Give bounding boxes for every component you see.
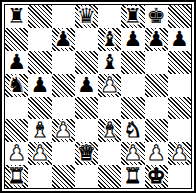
piece-white-rook-f1: ♜ xyxy=(123,166,142,187)
piece-black-rook-a8: ♜ xyxy=(7,6,26,27)
square-e5[interactable]: ♟ xyxy=(98,74,121,97)
square-h3[interactable] xyxy=(168,119,191,142)
chess-diagram: ♜♛♜♚♟♝♟♟♟♟♝♞♟♟♟♝♟♝♞♟♟♛♟♟♟♜♜♚ xyxy=(0,0,196,193)
square-g6[interactable] xyxy=(145,51,168,74)
square-b6[interactable] xyxy=(28,51,51,74)
piece-black-pawn-b5: ♟ xyxy=(30,75,49,96)
square-h4[interactable] xyxy=(168,97,191,120)
piece-white-bishop-e3: ♝ xyxy=(100,120,119,141)
piece-black-bishop-e7: ♝ xyxy=(100,29,119,50)
square-a4[interactable] xyxy=(5,97,28,120)
chess-board: ♜♛♜♚♟♝♟♟♟♟♝♞♟♟♟♝♟♝♞♟♟♛♟♟♟♜♜♚ xyxy=(4,4,192,189)
piece-white-pawn-a2: ♟ xyxy=(7,143,26,164)
square-c8[interactable] xyxy=(52,5,75,28)
square-a8[interactable]: ♜ xyxy=(5,5,28,28)
square-c3[interactable]: ♟ xyxy=(52,119,75,142)
piece-white-pawn-b2: ♟ xyxy=(30,143,49,164)
square-d4[interactable] xyxy=(75,97,98,120)
piece-white-pawn-f2: ♟ xyxy=(123,143,142,164)
square-f6[interactable] xyxy=(121,51,144,74)
piece-white-pawn-c3: ♟ xyxy=(54,120,73,141)
square-c1[interactable] xyxy=(52,165,75,188)
square-a1[interactable]: ♜ xyxy=(5,165,28,188)
piece-black-pawn-f7: ♟ xyxy=(123,29,142,50)
piece-white-pawn-h2: ♟ xyxy=(170,143,189,164)
square-d8[interactable]: ♛ xyxy=(75,5,98,28)
square-b8[interactable] xyxy=(28,5,51,28)
square-c5[interactable] xyxy=(52,74,75,97)
square-c2[interactable] xyxy=(52,142,75,165)
square-e7[interactable]: ♝ xyxy=(98,28,121,51)
piece-black-pawn-g7: ♟ xyxy=(147,29,166,50)
piece-black-queen-d8: ♛ xyxy=(77,6,96,27)
square-h5[interactable] xyxy=(168,74,191,97)
square-b4[interactable] xyxy=(28,97,51,120)
piece-black-knight-a5: ♞ xyxy=(7,75,26,96)
square-a5[interactable]: ♞ xyxy=(5,74,28,97)
square-f8[interactable]: ♜ xyxy=(121,5,144,28)
piece-black-pawn-c7: ♟ xyxy=(54,29,73,50)
square-g5[interactable] xyxy=(145,74,168,97)
square-e4[interactable] xyxy=(98,97,121,120)
square-b7[interactable] xyxy=(28,28,51,51)
piece-white-pawn-e5: ♟ xyxy=(100,75,119,96)
square-a2[interactable]: ♟ xyxy=(5,142,28,165)
piece-white-rook-a1: ♜ xyxy=(7,166,26,187)
square-e6[interactable]: ♝ xyxy=(98,51,121,74)
square-h6[interactable] xyxy=(168,51,191,74)
square-f7[interactable]: ♟ xyxy=(121,28,144,51)
piece-black-king-g8: ♚ xyxy=(147,6,166,27)
square-h8[interactable] xyxy=(168,5,191,28)
square-d7[interactable] xyxy=(75,28,98,51)
square-c7[interactable]: ♟ xyxy=(52,28,75,51)
piece-black-pawn-a6: ♟ xyxy=(7,52,26,73)
square-b3[interactable]: ♝ xyxy=(28,119,51,142)
piece-black-bishop-e6: ♝ xyxy=(100,52,119,73)
square-h2[interactable]: ♟ xyxy=(168,142,191,165)
square-a3[interactable] xyxy=(5,119,28,142)
square-c4[interactable] xyxy=(52,97,75,120)
piece-white-king-g1: ♚ xyxy=(147,166,166,187)
square-b1[interactable] xyxy=(28,165,51,188)
piece-white-bishop-b3: ♝ xyxy=(30,120,49,141)
square-d6[interactable] xyxy=(75,51,98,74)
piece-white-knight-f3: ♞ xyxy=(123,120,142,141)
square-f1[interactable]: ♜ xyxy=(121,165,144,188)
square-e1[interactable] xyxy=(98,165,121,188)
square-d2[interactable]: ♛ xyxy=(75,142,98,165)
square-f5[interactable] xyxy=(121,74,144,97)
square-g4[interactable] xyxy=(145,97,168,120)
square-b2[interactable]: ♟ xyxy=(28,142,51,165)
square-e8[interactable] xyxy=(98,5,121,28)
square-f3[interactable]: ♞ xyxy=(121,119,144,142)
square-b5[interactable]: ♟ xyxy=(28,74,51,97)
piece-black-pawn-d5: ♟ xyxy=(77,75,96,96)
square-a7[interactable] xyxy=(5,28,28,51)
square-f4[interactable] xyxy=(121,97,144,120)
square-g7[interactable]: ♟ xyxy=(145,28,168,51)
square-e2[interactable] xyxy=(98,142,121,165)
square-c6[interactable] xyxy=(52,51,75,74)
piece-black-pawn-h7: ♟ xyxy=(170,29,189,50)
square-g1[interactable]: ♚ xyxy=(145,165,168,188)
piece-white-pawn-g2: ♟ xyxy=(147,143,166,164)
piece-black-rook-f8: ♜ xyxy=(123,6,142,27)
square-h1[interactable] xyxy=(168,165,191,188)
square-g8[interactable]: ♚ xyxy=(145,5,168,28)
square-d5[interactable]: ♟ xyxy=(75,74,98,97)
square-g3[interactable] xyxy=(145,119,168,142)
square-f2[interactable]: ♟ xyxy=(121,142,144,165)
square-e3[interactable]: ♝ xyxy=(98,119,121,142)
square-d3[interactable] xyxy=(75,119,98,142)
square-g2[interactable]: ♟ xyxy=(145,142,168,165)
square-a6[interactable]: ♟ xyxy=(5,51,28,74)
square-d1[interactable] xyxy=(75,165,98,188)
piece-white-queen-d2: ♛ xyxy=(77,143,96,164)
square-h7[interactable]: ♟ xyxy=(168,28,191,51)
